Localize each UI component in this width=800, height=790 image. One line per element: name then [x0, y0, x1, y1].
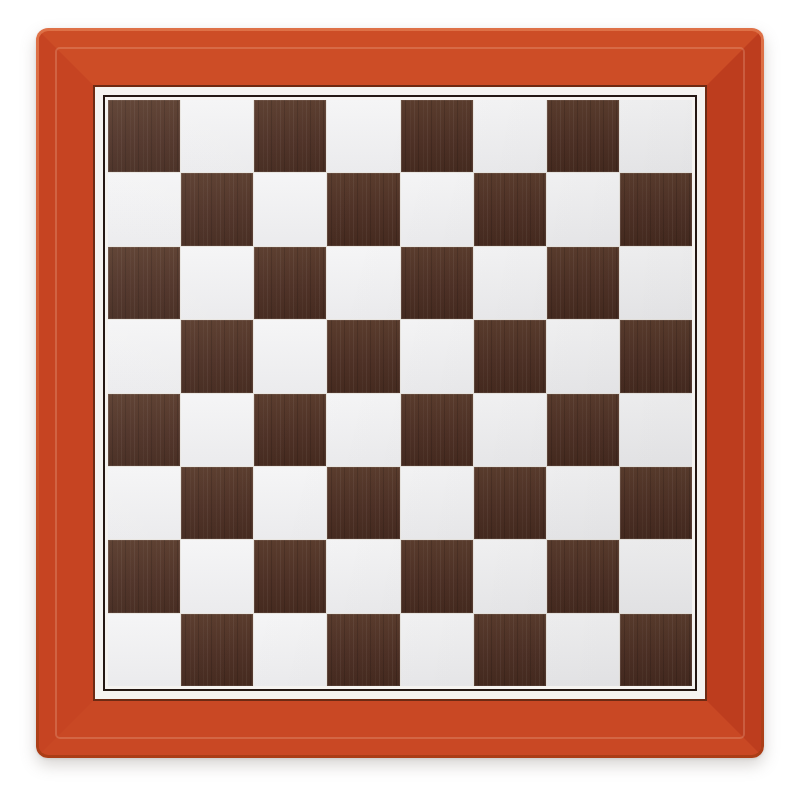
square-f3[interactable] — [474, 467, 546, 539]
square-c7[interactable] — [254, 173, 326, 245]
square-c2[interactable] — [254, 540, 326, 612]
square-h5[interactable] — [620, 320, 692, 392]
square-g3[interactable] — [547, 467, 619, 539]
square-a5[interactable] — [108, 320, 180, 392]
square-d5[interactable] — [327, 320, 399, 392]
square-h6[interactable] — [620, 247, 692, 319]
square-g2[interactable] — [547, 540, 619, 612]
square-b7[interactable] — [181, 173, 253, 245]
square-g6[interactable] — [547, 247, 619, 319]
square-g8[interactable] — [547, 100, 619, 172]
square-c8[interactable] — [254, 100, 326, 172]
square-b8[interactable] — [181, 100, 253, 172]
board-mat — [93, 85, 707, 701]
square-d7[interactable] — [327, 173, 399, 245]
square-e8[interactable] — [401, 100, 473, 172]
square-g7[interactable] — [547, 173, 619, 245]
square-a4[interactable] — [108, 394, 180, 466]
square-b4[interactable] — [181, 394, 253, 466]
square-f5[interactable] — [474, 320, 546, 392]
square-f1[interactable] — [474, 614, 546, 686]
square-c4[interactable] — [254, 394, 326, 466]
square-c3[interactable] — [254, 467, 326, 539]
square-b2[interactable] — [181, 540, 253, 612]
square-h4[interactable] — [620, 394, 692, 466]
square-b5[interactable] — [181, 320, 253, 392]
square-h8[interactable] — [620, 100, 692, 172]
square-a3[interactable] — [108, 467, 180, 539]
chess-board — [108, 100, 692, 686]
square-a8[interactable] — [108, 100, 180, 172]
square-a7[interactable] — [108, 173, 180, 245]
square-c6[interactable] — [254, 247, 326, 319]
square-a6[interactable] — [108, 247, 180, 319]
square-f4[interactable] — [474, 394, 546, 466]
square-e5[interactable] — [401, 320, 473, 392]
square-e2[interactable] — [401, 540, 473, 612]
square-b6[interactable] — [181, 247, 253, 319]
square-h2[interactable] — [620, 540, 692, 612]
square-d4[interactable] — [327, 394, 399, 466]
square-f2[interactable] — [474, 540, 546, 612]
square-h7[interactable] — [620, 173, 692, 245]
square-e3[interactable] — [401, 467, 473, 539]
pinstripe-border — [103, 95, 697, 691]
square-e1[interactable] — [401, 614, 473, 686]
square-h1[interactable] — [620, 614, 692, 686]
square-d3[interactable] — [327, 467, 399, 539]
square-f6[interactable] — [474, 247, 546, 319]
square-e7[interactable] — [401, 173, 473, 245]
square-f8[interactable] — [474, 100, 546, 172]
square-a1[interactable] — [108, 614, 180, 686]
square-b1[interactable] — [181, 614, 253, 686]
square-d1[interactable] — [327, 614, 399, 686]
square-f7[interactable] — [474, 173, 546, 245]
square-g5[interactable] — [547, 320, 619, 392]
square-e6[interactable] — [401, 247, 473, 319]
square-e4[interactable] — [401, 394, 473, 466]
square-d2[interactable] — [327, 540, 399, 612]
square-c1[interactable] — [254, 614, 326, 686]
square-g4[interactable] — [547, 394, 619, 466]
square-h3[interactable] — [620, 467, 692, 539]
square-d8[interactable] — [327, 100, 399, 172]
square-c5[interactable] — [254, 320, 326, 392]
photo-background — [0, 0, 800, 790]
square-d6[interactable] — [327, 247, 399, 319]
board-frame — [39, 31, 761, 755]
square-a2[interactable] — [108, 540, 180, 612]
board-frame-rim — [36, 28, 764, 758]
square-b3[interactable] — [181, 467, 253, 539]
square-g1[interactable] — [547, 614, 619, 686]
